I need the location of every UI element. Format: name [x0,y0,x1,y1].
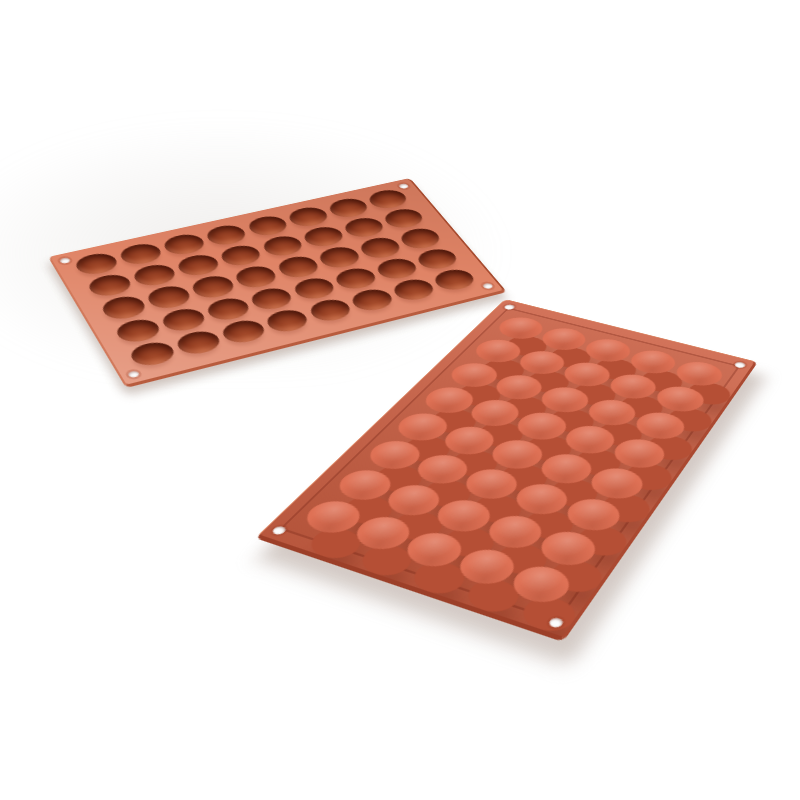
corner-hole [127,370,140,378]
mold-cavity [430,266,479,292]
mold-cavity [126,339,178,369]
corner-hole [482,283,494,290]
corner-hole [59,257,71,264]
product-photo [0,0,800,800]
mold-cavity [172,328,224,357]
